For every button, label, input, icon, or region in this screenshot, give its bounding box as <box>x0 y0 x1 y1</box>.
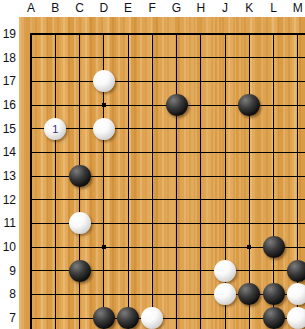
hoshi-point-d10 <box>102 245 106 249</box>
column-label-a: A <box>22 1 40 16</box>
column-label-d: D <box>95 1 113 16</box>
go-board[interactable]: 1 <box>19 17 305 329</box>
column-label-g: G <box>168 1 186 16</box>
white-stone-d17[interactable] <box>93 70 115 92</box>
black-stone-d7[interactable] <box>93 307 115 329</box>
grid-line-horizontal <box>30 152 305 153</box>
go-diagram: 1 ABCDEFGHJKLM19181716151413121110987 <box>0 0 305 329</box>
row-label-12: 12 <box>0 192 16 208</box>
column-label-c: C <box>71 1 89 16</box>
column-label-f: F <box>143 1 161 16</box>
column-label-h: H <box>192 1 210 16</box>
column-label-j: J <box>216 1 234 16</box>
grid-line-horizontal <box>30 81 305 82</box>
row-label-8: 8 <box>0 286 16 302</box>
white-stone-m8[interactable] <box>287 283 305 305</box>
hoshi-point-d16 <box>102 103 106 107</box>
column-label-e: E <box>119 1 137 16</box>
black-stone-c13[interactable] <box>69 165 91 187</box>
row-label-16: 16 <box>0 97 16 113</box>
black-stone-m9[interactable] <box>287 260 305 282</box>
black-stone-c9[interactable] <box>69 260 91 282</box>
white-stone-m7[interactable] <box>287 307 305 329</box>
hoshi-point-k10 <box>247 245 251 249</box>
row-label-13: 13 <box>0 168 16 184</box>
grid-line-vertical <box>152 33 153 329</box>
grid-line-vertical <box>200 33 201 329</box>
white-stone-f7[interactable] <box>141 307 163 329</box>
grid-line-vertical <box>176 33 177 329</box>
grid-line-vertical <box>30 33 32 329</box>
row-label-15: 15 <box>0 121 16 137</box>
row-label-11: 11 <box>0 215 16 231</box>
black-stone-e7[interactable] <box>117 307 139 329</box>
column-label-k: K <box>240 1 258 16</box>
white-stone-j9[interactable] <box>214 260 236 282</box>
column-label-l: L <box>265 1 283 16</box>
black-stone-k8[interactable] <box>238 283 260 305</box>
white-stone-d15[interactable] <box>93 118 115 140</box>
black-stone-l7[interactable] <box>263 307 285 329</box>
row-label-18: 18 <box>0 50 16 66</box>
black-stone-l8[interactable] <box>263 283 285 305</box>
white-stone-c11[interactable] <box>69 212 91 234</box>
row-label-17: 17 <box>0 73 16 89</box>
row-label-9: 9 <box>0 263 16 279</box>
white-stone-j8[interactable] <box>214 283 236 305</box>
black-stone-l10[interactable] <box>263 236 285 258</box>
grid-line-vertical <box>128 33 129 329</box>
grid-line-horizontal <box>30 33 305 35</box>
row-label-7: 7 <box>0 310 16 326</box>
grid-line-horizontal <box>30 199 305 200</box>
grid-line-horizontal <box>30 57 305 58</box>
row-label-10: 10 <box>0 239 16 255</box>
row-label-19: 19 <box>0 26 16 42</box>
grid-line-vertical <box>55 33 56 329</box>
black-stone-g16[interactable] <box>166 94 188 116</box>
grid-line-horizontal <box>30 128 305 129</box>
white-stone-b15[interactable] <box>44 118 66 140</box>
column-label-b: B <box>46 1 64 16</box>
black-stone-k16[interactable] <box>238 94 260 116</box>
column-label-m: M <box>289 1 305 16</box>
row-label-14: 14 <box>0 144 16 160</box>
